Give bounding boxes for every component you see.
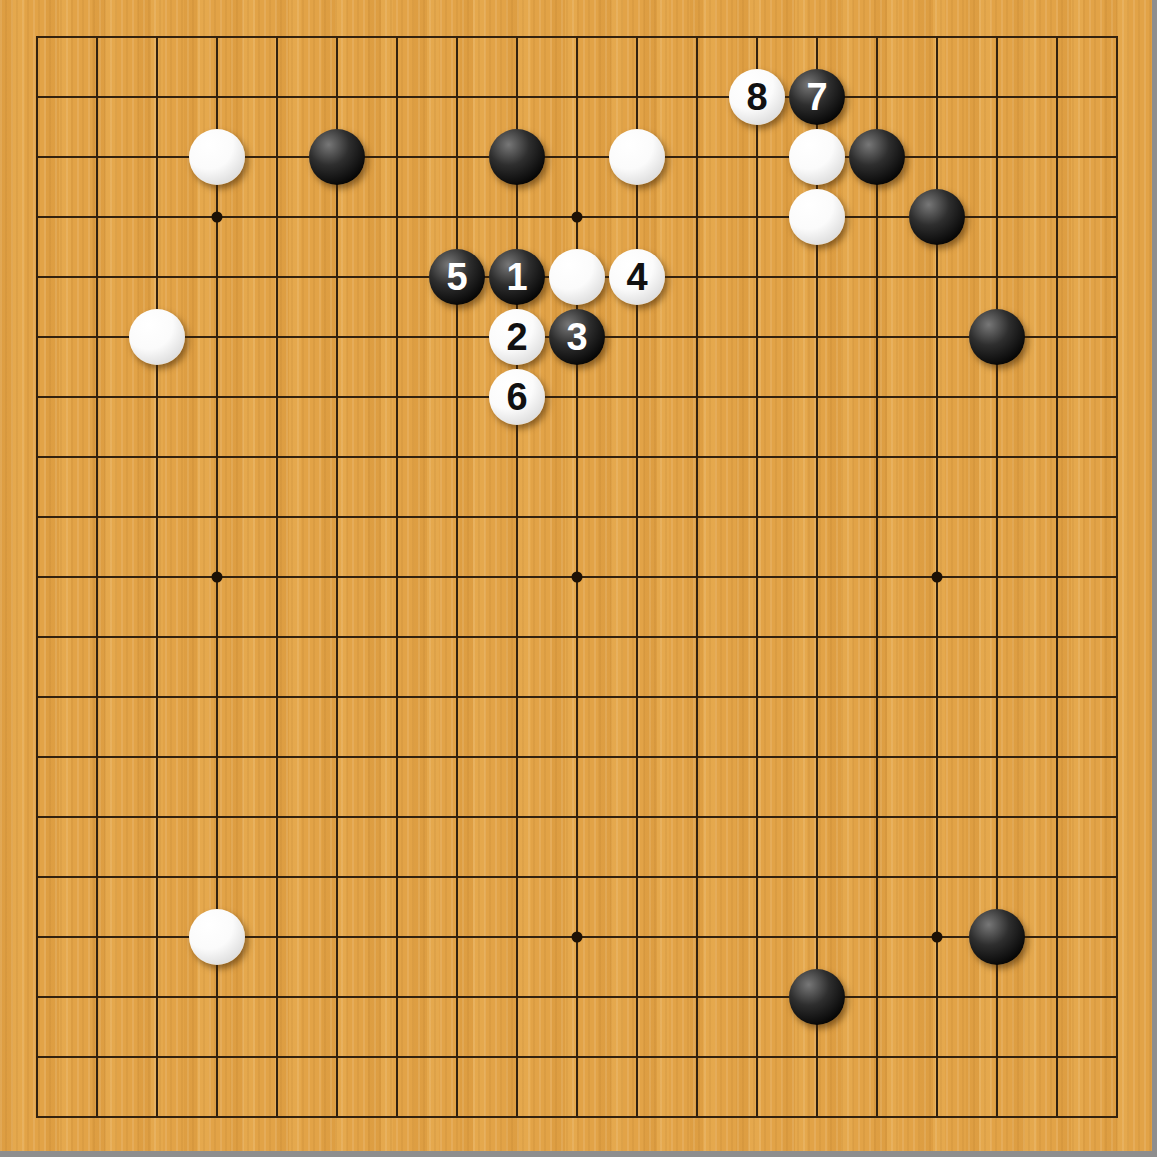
grid-cell <box>816 876 876 936</box>
frame-edge-right <box>1152 0 1157 1157</box>
grid-cell <box>996 96 1056 156</box>
grid-cell <box>876 696 936 756</box>
grid-cell <box>876 456 936 516</box>
grid-cell <box>636 936 696 996</box>
grid-cell <box>756 696 816 756</box>
grid-cell <box>36 36 96 96</box>
grid-cell <box>576 996 636 1056</box>
grid-cell <box>396 876 456 936</box>
grid-cell <box>576 456 636 516</box>
grid-cell <box>1056 336 1116 396</box>
grid-cell <box>576 576 636 636</box>
star-point <box>212 212 223 223</box>
grid-cell <box>276 636 336 696</box>
grid-cell <box>456 696 516 756</box>
grid-cell <box>216 756 276 816</box>
grid-cell <box>816 756 876 816</box>
grid-cell <box>276 936 336 996</box>
grid-cell <box>396 636 456 696</box>
grid-cell <box>876 1056 936 1116</box>
grid-cell <box>636 516 696 576</box>
grid-cell <box>756 876 816 936</box>
grid-cell <box>216 276 276 336</box>
grid-cell <box>936 36 996 96</box>
grid-cell <box>96 876 156 936</box>
grid-cell <box>276 276 336 336</box>
grid-cell <box>1056 276 1116 336</box>
grid-cell <box>96 756 156 816</box>
grid-cell <box>996 756 1056 816</box>
grid-cell <box>96 516 156 576</box>
grid-cell <box>216 1056 276 1116</box>
grid-cell <box>576 1056 636 1116</box>
move-number-label: 2 <box>506 318 527 356</box>
star-point <box>572 932 583 943</box>
grid-cell <box>276 516 336 576</box>
grid-cell <box>396 96 456 156</box>
stone-white[interactable] <box>189 129 245 185</box>
grid-cell <box>336 1056 396 1116</box>
grid-cell <box>516 816 576 876</box>
grid-cell <box>276 996 336 1056</box>
grid-cell <box>276 336 336 396</box>
grid-cell <box>36 336 96 396</box>
grid-cell <box>996 1056 1056 1116</box>
grid-cell <box>396 336 456 396</box>
grid-cell <box>96 996 156 1056</box>
grid-cell <box>216 456 276 516</box>
grid-cell <box>336 456 396 516</box>
move-number-label: 5 <box>446 258 467 296</box>
grid-cell <box>156 756 216 816</box>
grid-cell <box>36 696 96 756</box>
grid-cell <box>636 576 696 636</box>
grid-cell <box>516 636 576 696</box>
grid-cell <box>996 36 1056 96</box>
grid-cell <box>36 96 96 156</box>
grid-cell <box>36 876 96 936</box>
grid-cell <box>936 636 996 696</box>
grid-cell <box>516 996 576 1056</box>
grid-cell <box>36 756 96 816</box>
grid-cell <box>516 1056 576 1116</box>
grid-cell <box>456 756 516 816</box>
grid-cell <box>756 1056 816 1116</box>
grid-cell <box>156 1056 216 1116</box>
grid-cell <box>816 1056 876 1116</box>
grid-cell <box>456 816 516 876</box>
grid-cell <box>936 1056 996 1116</box>
grid-cell <box>576 396 636 456</box>
grid-cell <box>696 876 756 936</box>
grid-cell <box>336 936 396 996</box>
grid-cell <box>36 816 96 876</box>
grid-cell <box>396 996 456 1056</box>
grid-cell <box>216 36 276 96</box>
grid-cell <box>1056 216 1116 276</box>
grid-cell <box>156 216 216 276</box>
grid-cell <box>36 396 96 456</box>
grid-cell <box>636 336 696 396</box>
grid-cell <box>696 516 756 576</box>
grid-cell <box>816 696 876 756</box>
grid-cell <box>996 156 1056 216</box>
grid-cell <box>96 156 156 216</box>
grid-cell <box>1056 576 1116 636</box>
grid-cell <box>816 456 876 516</box>
grid-cell <box>396 456 456 516</box>
grid-cell <box>936 516 996 576</box>
grid-cell <box>516 576 576 636</box>
grid-cell <box>696 996 756 1056</box>
stone-black[interactable] <box>309 129 365 185</box>
grid-cell <box>756 396 816 456</box>
grid-cell <box>1056 1056 1116 1116</box>
grid-cell <box>216 696 276 756</box>
grid-cell <box>36 516 96 576</box>
grid-cell <box>36 216 96 276</box>
grid-cell <box>396 756 456 816</box>
grid-cell <box>1056 756 1116 816</box>
move-number-label: 7 <box>806 78 827 116</box>
stone-white-move-4[interactable]: 4 <box>609 249 665 305</box>
grid-cell <box>456 576 516 636</box>
move-number-label: 4 <box>626 258 647 296</box>
grid-cell <box>876 516 936 576</box>
grid-cell <box>516 516 576 576</box>
grid-cell <box>696 696 756 756</box>
grid-cell <box>816 636 876 696</box>
stone-white-move-6[interactable]: 6 <box>489 369 545 425</box>
grid-cell <box>936 816 996 876</box>
grid-cell <box>336 216 396 276</box>
grid-cell <box>396 1056 456 1116</box>
grid-cell <box>816 576 876 636</box>
grid-cell <box>756 456 816 516</box>
grid-cell <box>636 456 696 516</box>
grid-cell <box>1056 636 1116 696</box>
grid-cell <box>276 576 336 636</box>
grid-cell <box>456 516 516 576</box>
grid-cell <box>456 1056 516 1116</box>
grid-cell <box>456 936 516 996</box>
grid-cell <box>36 996 96 1056</box>
grid-cell <box>396 156 456 216</box>
grid-cell <box>276 876 336 936</box>
grid-cell <box>216 996 276 1056</box>
grid-cell <box>636 36 696 96</box>
grid-cell <box>96 36 156 96</box>
grid-cell <box>456 636 516 696</box>
grid-cell <box>636 816 696 876</box>
grid-cell <box>696 576 756 636</box>
grid-cell <box>396 696 456 756</box>
grid-cell <box>576 876 636 936</box>
grid-cell <box>336 636 396 696</box>
grid-cell <box>336 336 396 396</box>
grid-cell <box>1056 96 1116 156</box>
grid-cell <box>336 756 396 816</box>
grid-cell <box>576 816 636 876</box>
grid-cell <box>696 276 756 336</box>
grid-cell <box>456 36 516 96</box>
stone-white-move-8[interactable]: 8 <box>729 69 785 125</box>
grid-cell <box>336 816 396 876</box>
grid-cell <box>156 816 216 876</box>
grid-cell <box>996 636 1056 696</box>
grid-cell <box>156 996 216 1056</box>
grid-cell <box>996 816 1056 876</box>
grid-cell <box>936 696 996 756</box>
grid-cell <box>876 756 936 816</box>
grid-cell <box>696 396 756 456</box>
grid-cell <box>876 576 936 636</box>
grid-cell <box>396 576 456 636</box>
stone-white[interactable] <box>549 249 605 305</box>
grid-cell <box>276 696 336 756</box>
grid-cell <box>996 516 1056 576</box>
stone-black-move-7[interactable]: 7 <box>789 69 845 125</box>
grid-cell <box>876 876 936 936</box>
grid-cell <box>1056 996 1116 1056</box>
go-board-diagram: 87514236 <box>0 0 1157 1157</box>
stone-black[interactable] <box>789 969 845 1025</box>
grid-cell <box>96 816 156 876</box>
grid-cell <box>696 816 756 876</box>
grid-cell <box>336 696 396 756</box>
grid-cell <box>636 1056 696 1116</box>
stone-white[interactable] <box>789 189 845 245</box>
grid-cell <box>756 576 816 636</box>
grid-cell <box>576 936 636 996</box>
grid-cell <box>696 936 756 996</box>
grid-cell <box>696 756 756 816</box>
grid-cell <box>36 456 96 516</box>
grid-cell <box>156 696 216 756</box>
grid-cell <box>456 456 516 516</box>
stone-black[interactable] <box>969 309 1025 365</box>
grid-cell <box>876 396 936 456</box>
grid-cell <box>96 936 156 996</box>
grid-cell <box>696 216 756 276</box>
grid-cell <box>96 696 156 756</box>
grid-cell <box>756 276 816 336</box>
grid-cell <box>756 816 816 876</box>
grid-cell <box>876 936 936 996</box>
grid-cell <box>996 576 1056 636</box>
move-number-label: 3 <box>566 318 587 356</box>
grid-cell <box>636 636 696 696</box>
stone-white[interactable] <box>609 129 665 185</box>
grid-cell <box>1056 696 1116 756</box>
stone-black[interactable] <box>849 129 905 185</box>
grid-cell <box>156 396 216 456</box>
stone-black-move-3[interactable]: 3 <box>549 309 605 365</box>
grid-cell <box>276 396 336 456</box>
grid-cell <box>216 816 276 876</box>
grid-cell <box>696 336 756 396</box>
star-point <box>932 572 943 583</box>
grid-cell <box>876 816 936 876</box>
move-number-label: 6 <box>506 378 527 416</box>
star-point <box>572 572 583 583</box>
grid-cell <box>156 456 216 516</box>
grid-cell <box>96 456 156 516</box>
grid-cell <box>36 156 96 216</box>
grid-cell <box>396 516 456 576</box>
stone-white-move-2[interactable]: 2 <box>489 309 545 365</box>
grid-cell <box>1056 456 1116 516</box>
grid-cell <box>876 336 936 396</box>
grid-cell <box>876 636 936 696</box>
stone-black[interactable] <box>909 189 965 245</box>
grid-cell <box>576 36 636 96</box>
grid-cell <box>1056 396 1116 456</box>
grid-cell <box>276 36 336 96</box>
grid-cell <box>36 1056 96 1116</box>
grid-cell <box>576 516 636 576</box>
grid-cell <box>516 456 576 516</box>
grid-cell <box>36 276 96 336</box>
grid-cell <box>36 576 96 636</box>
grid-cell <box>996 456 1056 516</box>
grid-cell <box>336 276 396 336</box>
stone-black-move-1[interactable]: 1 <box>489 249 545 305</box>
grid-cell <box>96 216 156 276</box>
grid-cell <box>216 636 276 696</box>
move-number-label: 1 <box>506 258 527 296</box>
grid-cell <box>396 816 456 876</box>
grid-cell <box>576 636 636 696</box>
grid-cell <box>516 756 576 816</box>
grid-cell <box>636 696 696 756</box>
grid-cell <box>516 876 576 936</box>
grid-cell <box>636 996 696 1056</box>
grid-cell <box>936 396 996 456</box>
grid-cell <box>636 756 696 816</box>
grid-cell <box>876 36 936 96</box>
grid-cell <box>876 996 936 1056</box>
grid-cell <box>1056 816 1116 876</box>
grid-cell <box>816 516 876 576</box>
grid-cell <box>216 216 276 276</box>
star-point <box>212 572 223 583</box>
grid-cell <box>936 576 996 636</box>
grid-cell <box>216 396 276 456</box>
grid-cell <box>96 96 156 156</box>
grid-cell <box>336 876 396 936</box>
stone-white[interactable] <box>189 909 245 965</box>
grid-cell <box>336 576 396 636</box>
grid-cell <box>516 696 576 756</box>
grid-cell <box>36 936 96 996</box>
grid-cell <box>816 336 876 396</box>
grid-cell <box>1056 516 1116 576</box>
star-point <box>572 212 583 223</box>
grid-cell <box>996 396 1056 456</box>
grid-cell <box>696 636 756 696</box>
grid-cell <box>336 996 396 1056</box>
grid-cell <box>756 516 816 576</box>
grid-cell <box>1056 156 1116 216</box>
grid-cell <box>936 456 996 516</box>
stone-white[interactable] <box>129 309 185 365</box>
grid-cell <box>396 936 456 996</box>
grid-cell <box>1056 876 1116 936</box>
grid-cell <box>276 216 336 276</box>
grid-cell <box>756 756 816 816</box>
grid-cell <box>96 396 156 456</box>
grid-cell <box>636 876 696 936</box>
grid-cell <box>996 996 1056 1056</box>
grid-cell <box>936 96 996 156</box>
frame-edge-bottom <box>0 1151 1157 1157</box>
grid-cell <box>876 276 936 336</box>
stone-black[interactable] <box>969 909 1025 965</box>
grid-cell <box>336 36 396 96</box>
grid-cell <box>96 1056 156 1116</box>
grid-cell <box>816 816 876 876</box>
grid-cell <box>996 216 1056 276</box>
move-number-label: 8 <box>746 78 767 116</box>
grid-cell <box>816 276 876 336</box>
grid-cell <box>996 696 1056 756</box>
grid-cell <box>276 756 336 816</box>
grid-cell <box>216 576 276 636</box>
grid-cell <box>576 696 636 756</box>
grid-cell <box>336 516 396 576</box>
grid-cell <box>276 1056 336 1116</box>
grid-cell <box>936 996 996 1056</box>
grid-cell <box>396 36 456 96</box>
star-point <box>932 932 943 943</box>
stone-black[interactable] <box>489 129 545 185</box>
grid-cell <box>216 336 276 396</box>
grid-cell <box>156 36 216 96</box>
grid-cell <box>276 816 336 876</box>
grid-cell <box>96 636 156 696</box>
grid-cell <box>816 396 876 456</box>
grid-cell <box>1056 36 1116 96</box>
grid-cell <box>156 576 216 636</box>
grid-cell <box>396 396 456 456</box>
grid-cell <box>336 396 396 456</box>
grid-cell <box>456 876 516 936</box>
grid-cell <box>1056 936 1116 996</box>
grid-cell <box>516 936 576 996</box>
grid-cell <box>276 456 336 516</box>
grid-cell <box>696 156 756 216</box>
grid-cell <box>96 576 156 636</box>
grid-cell <box>636 396 696 456</box>
stone-black-move-5[interactable]: 5 <box>429 249 485 305</box>
grid-cell <box>936 756 996 816</box>
grid-cell <box>576 756 636 816</box>
stone-white[interactable] <box>789 129 845 185</box>
grid-cell <box>216 516 276 576</box>
grid-cell <box>756 636 816 696</box>
grid-cell <box>756 336 816 396</box>
grid-cell <box>156 636 216 696</box>
grid-cell <box>456 996 516 1056</box>
grid-cell <box>36 636 96 696</box>
grid-cell <box>156 516 216 576</box>
grid-cell <box>696 456 756 516</box>
grid-cell <box>516 36 576 96</box>
grid-cell <box>696 1056 756 1116</box>
